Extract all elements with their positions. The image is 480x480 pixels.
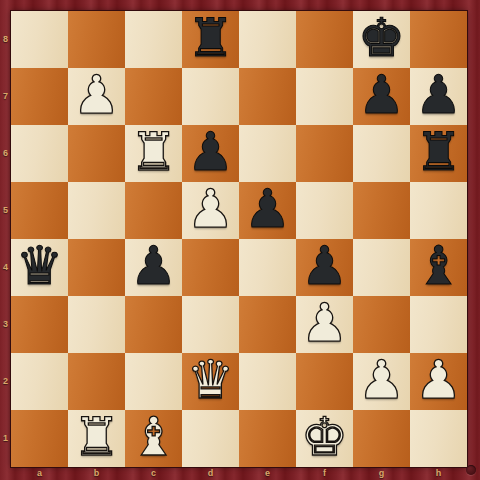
square-a8[interactable] xyxy=(11,11,68,68)
piece-black-pawn[interactable]: ♟ xyxy=(125,237,182,294)
piece-white-pawn[interactable]: ♟ xyxy=(68,66,125,123)
square-h2[interactable]: ♟ xyxy=(410,353,467,410)
square-h6[interactable]: ♜ xyxy=(410,125,467,182)
piece-black-rook[interactable]: ♜ xyxy=(182,9,239,66)
square-c4[interactable]: ♟ xyxy=(125,239,182,296)
square-g8[interactable]: ♚ xyxy=(353,11,410,68)
file-label-e: e xyxy=(239,467,296,480)
piece-white-pawn[interactable]: ♟ xyxy=(296,294,353,351)
piece-white-pawn[interactable]: ♟ xyxy=(410,351,467,408)
piece-black-pawn[interactable]: ♟ xyxy=(353,66,410,123)
square-a4[interactable]: ♛ xyxy=(11,239,68,296)
piece-black-pawn[interactable]: ♟ xyxy=(296,237,353,294)
square-d8[interactable]: ♜ xyxy=(182,11,239,68)
rank-label-4: 4 xyxy=(0,239,11,296)
square-c1[interactable]: ♝ xyxy=(125,410,182,467)
piece-black-bishop[interactable]: ♝ xyxy=(410,237,467,294)
file-label-a: a xyxy=(11,467,68,480)
square-g2[interactable]: ♟ xyxy=(353,353,410,410)
square-b2[interactable] xyxy=(68,353,125,410)
square-b4[interactable] xyxy=(68,239,125,296)
square-b3[interactable] xyxy=(68,296,125,353)
piece-white-queen[interactable]: ♛ xyxy=(182,351,239,408)
square-a1[interactable] xyxy=(11,410,68,467)
square-h4[interactable]: ♝ xyxy=(410,239,467,296)
file-label-d: d xyxy=(182,467,239,480)
square-b5[interactable] xyxy=(68,182,125,239)
piece-white-bishop[interactable]: ♝ xyxy=(125,408,182,465)
square-e7[interactable] xyxy=(239,68,296,125)
board-frame: ♜♚♟♟♟♜♟♜♟♟♛♟♟♝♟♛♟♟♜♝♚ 87654321abcdefgh xyxy=(0,0,480,480)
square-e5[interactable]: ♟ xyxy=(239,182,296,239)
square-e6[interactable] xyxy=(239,125,296,182)
square-d2[interactable]: ♛ xyxy=(182,353,239,410)
file-label-b: b xyxy=(68,467,125,480)
square-g7[interactable]: ♟ xyxy=(353,68,410,125)
square-c6[interactable]: ♜ xyxy=(125,125,182,182)
square-e3[interactable] xyxy=(239,296,296,353)
square-d1[interactable] xyxy=(182,410,239,467)
square-f8[interactable] xyxy=(296,11,353,68)
square-f3[interactable]: ♟ xyxy=(296,296,353,353)
square-g5[interactable] xyxy=(353,182,410,239)
square-b8[interactable] xyxy=(68,11,125,68)
rank-label-1: 1 xyxy=(0,410,11,467)
square-f2[interactable] xyxy=(296,353,353,410)
square-a5[interactable] xyxy=(11,182,68,239)
chess-board: ♜♚♟♟♟♜♟♜♟♟♛♟♟♝♟♛♟♟♜♝♚ xyxy=(11,11,467,467)
piece-white-pawn[interactable]: ♟ xyxy=(182,180,239,237)
piece-black-king[interactable]: ♚ xyxy=(353,9,410,66)
square-h7[interactable]: ♟ xyxy=(410,68,467,125)
file-label-h: h xyxy=(410,467,467,480)
piece-white-pawn[interactable]: ♟ xyxy=(353,351,410,408)
square-g3[interactable] xyxy=(353,296,410,353)
square-g6[interactable] xyxy=(353,125,410,182)
square-e1[interactable] xyxy=(239,410,296,467)
square-e8[interactable] xyxy=(239,11,296,68)
square-f4[interactable]: ♟ xyxy=(296,239,353,296)
square-c7[interactable] xyxy=(125,68,182,125)
square-d4[interactable] xyxy=(182,239,239,296)
rank-label-7: 7 xyxy=(0,68,11,125)
square-f7[interactable] xyxy=(296,68,353,125)
square-d5[interactable]: ♟ xyxy=(182,182,239,239)
square-c2[interactable] xyxy=(125,353,182,410)
square-d7[interactable] xyxy=(182,68,239,125)
piece-black-rook[interactable]: ♜ xyxy=(410,123,467,180)
rank-label-2: 2 xyxy=(0,353,11,410)
square-e2[interactable] xyxy=(239,353,296,410)
square-h5[interactable] xyxy=(410,182,467,239)
piece-black-pawn[interactable]: ♟ xyxy=(410,66,467,123)
square-g1[interactable] xyxy=(353,410,410,467)
file-label-f: f xyxy=(296,467,353,480)
square-h1[interactable] xyxy=(410,410,467,467)
square-b1[interactable]: ♜ xyxy=(68,410,125,467)
corner-marker xyxy=(466,465,476,475)
rank-label-6: 6 xyxy=(0,125,11,182)
square-a2[interactable] xyxy=(11,353,68,410)
piece-white-rook[interactable]: ♜ xyxy=(125,123,182,180)
piece-white-king[interactable]: ♚ xyxy=(296,408,353,465)
square-b6[interactable] xyxy=(68,125,125,182)
square-c8[interactable] xyxy=(125,11,182,68)
square-h8[interactable] xyxy=(410,11,467,68)
piece-black-pawn[interactable]: ♟ xyxy=(239,180,296,237)
square-f6[interactable] xyxy=(296,125,353,182)
square-a6[interactable] xyxy=(11,125,68,182)
square-f5[interactable] xyxy=(296,182,353,239)
piece-black-pawn[interactable]: ♟ xyxy=(182,123,239,180)
square-d3[interactable] xyxy=(182,296,239,353)
piece-black-queen[interactable]: ♛ xyxy=(11,237,68,294)
file-label-c: c xyxy=(125,467,182,480)
square-c5[interactable] xyxy=(125,182,182,239)
square-g4[interactable] xyxy=(353,239,410,296)
file-label-g: g xyxy=(353,467,410,480)
square-h3[interactable] xyxy=(410,296,467,353)
square-c3[interactable] xyxy=(125,296,182,353)
rank-label-8: 8 xyxy=(0,11,11,68)
square-e4[interactable] xyxy=(239,239,296,296)
square-a3[interactable] xyxy=(11,296,68,353)
square-f1[interactable]: ♚ xyxy=(296,410,353,467)
square-d6[interactable]: ♟ xyxy=(182,125,239,182)
square-a7[interactable] xyxy=(11,68,68,125)
square-b7[interactable]: ♟ xyxy=(68,68,125,125)
rank-label-3: 3 xyxy=(0,296,11,353)
rank-label-5: 5 xyxy=(0,182,11,239)
piece-white-rook[interactable]: ♜ xyxy=(68,408,125,465)
